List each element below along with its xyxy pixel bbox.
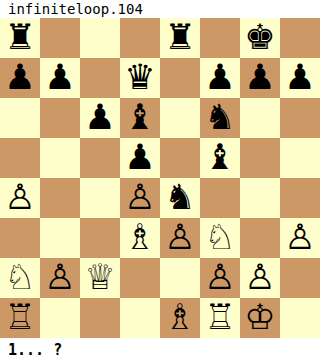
square-c3[interactable]: [80, 218, 120, 258]
piece-white-pawn[interactable]: ♙: [44, 258, 75, 297]
piece-white-bishop[interactable]: ♗: [164, 298, 195, 337]
square-f2[interactable]: ♙: [200, 258, 240, 298]
square-h8[interactable]: [280, 18, 320, 58]
page-title: infiniteloop.104: [0, 0, 320, 18]
piece-white-king[interactable]: ♔: [244, 298, 275, 337]
chess-viewer-window: infiniteloop.104 ♜♜♚♟♟♛♟♟♟♟♝♞♟♝♙♙♞♗♙♘♙♘♙…: [0, 0, 320, 360]
square-f5[interactable]: ♝: [200, 138, 240, 178]
square-a8[interactable]: ♜: [0, 18, 40, 58]
square-a4[interactable]: ♙: [0, 178, 40, 218]
piece-white-rook[interactable]: ♖: [4, 298, 35, 337]
square-c7[interactable]: [80, 58, 120, 98]
piece-black-knight[interactable]: ♞: [204, 98, 235, 137]
piece-black-pawn[interactable]: ♟: [84, 98, 115, 137]
piece-black-pawn[interactable]: ♟: [204, 58, 235, 97]
square-f6[interactable]: ♞: [200, 98, 240, 138]
piece-white-pawn[interactable]: ♙: [4, 178, 35, 217]
square-e1[interactable]: ♗: [160, 298, 200, 338]
square-g7[interactable]: ♟: [240, 58, 280, 98]
square-h5[interactable]: [280, 138, 320, 178]
move-prompt: 1... ?: [0, 338, 320, 360]
square-g5[interactable]: [240, 138, 280, 178]
square-d2[interactable]: [120, 258, 160, 298]
square-d8[interactable]: [120, 18, 160, 58]
square-g6[interactable]: [240, 98, 280, 138]
piece-black-pawn[interactable]: ♟: [44, 58, 75, 97]
square-g4[interactable]: [240, 178, 280, 218]
piece-black-king[interactable]: ♚: [244, 18, 275, 57]
square-f1[interactable]: ♖: [200, 298, 240, 338]
piece-white-pawn[interactable]: ♙: [204, 258, 235, 297]
square-a3[interactable]: [0, 218, 40, 258]
square-c6[interactable]: ♟: [80, 98, 120, 138]
square-d7[interactable]: ♛: [120, 58, 160, 98]
square-f7[interactable]: ♟: [200, 58, 240, 98]
piece-black-knight[interactable]: ♞: [164, 178, 195, 217]
piece-black-pawn[interactable]: ♟: [4, 58, 35, 97]
piece-black-bishop[interactable]: ♝: [124, 98, 155, 137]
square-b4[interactable]: [40, 178, 80, 218]
square-e6[interactable]: [160, 98, 200, 138]
square-b1[interactable]: [40, 298, 80, 338]
square-d3[interactable]: ♗: [120, 218, 160, 258]
square-b2[interactable]: ♙: [40, 258, 80, 298]
square-b8[interactable]: [40, 18, 80, 58]
square-a1[interactable]: ♖: [0, 298, 40, 338]
square-e5[interactable]: [160, 138, 200, 178]
square-b6[interactable]: [40, 98, 80, 138]
square-c4[interactable]: [80, 178, 120, 218]
piece-white-bishop[interactable]: ♗: [124, 218, 155, 257]
piece-black-pawn[interactable]: ♟: [284, 58, 315, 97]
square-a2[interactable]: ♘: [0, 258, 40, 298]
square-e3[interactable]: ♙: [160, 218, 200, 258]
square-e2[interactable]: [160, 258, 200, 298]
square-h3[interactable]: ♙: [280, 218, 320, 258]
square-g1[interactable]: ♔: [240, 298, 280, 338]
square-a6[interactable]: [0, 98, 40, 138]
piece-black-pawn[interactable]: ♟: [244, 58, 275, 97]
square-h7[interactable]: ♟: [280, 58, 320, 98]
square-c1[interactable]: [80, 298, 120, 338]
square-e4[interactable]: ♞: [160, 178, 200, 218]
piece-black-pawn[interactable]: ♟: [124, 138, 155, 177]
piece-white-pawn[interactable]: ♙: [284, 218, 315, 257]
chess-board: ♜♜♚♟♟♛♟♟♟♟♝♞♟♝♙♙♞♗♙♘♙♘♙♕♙♙♖♗♖♔: [0, 18, 320, 338]
square-h1[interactable]: [280, 298, 320, 338]
piece-black-rook[interactable]: ♜: [4, 18, 35, 57]
square-d1[interactable]: [120, 298, 160, 338]
square-d6[interactable]: ♝: [120, 98, 160, 138]
piece-white-knight[interactable]: ♘: [204, 218, 235, 257]
square-g2[interactable]: ♙: [240, 258, 280, 298]
square-h6[interactable]: [280, 98, 320, 138]
square-f3[interactable]: ♘: [200, 218, 240, 258]
square-f4[interactable]: [200, 178, 240, 218]
piece-white-queen[interactable]: ♕: [84, 258, 115, 297]
square-e7[interactable]: [160, 58, 200, 98]
square-e8[interactable]: ♜: [160, 18, 200, 58]
piece-white-rook[interactable]: ♖: [204, 298, 235, 337]
piece-black-rook[interactable]: ♜: [164, 18, 195, 57]
square-g8[interactable]: ♚: [240, 18, 280, 58]
piece-white-knight[interactable]: ♘: [4, 258, 35, 297]
piece-white-pawn[interactable]: ♙: [244, 258, 275, 297]
square-a7[interactable]: ♟: [0, 58, 40, 98]
square-a5[interactable]: [0, 138, 40, 178]
piece-black-bishop[interactable]: ♝: [204, 138, 235, 177]
piece-black-queen[interactable]: ♛: [124, 58, 155, 97]
square-d4[interactable]: ♙: [120, 178, 160, 218]
square-h4[interactable]: [280, 178, 320, 218]
piece-white-pawn[interactable]: ♙: [164, 218, 195, 257]
square-f8[interactable]: [200, 18, 240, 58]
square-b7[interactable]: ♟: [40, 58, 80, 98]
piece-white-pawn[interactable]: ♙: [124, 178, 155, 217]
square-b3[interactable]: [40, 218, 80, 258]
square-c8[interactable]: [80, 18, 120, 58]
square-b5[interactable]: [40, 138, 80, 178]
square-c2[interactable]: ♕: [80, 258, 120, 298]
square-g3[interactable]: [240, 218, 280, 258]
square-h2[interactable]: [280, 258, 320, 298]
square-c5[interactable]: [80, 138, 120, 178]
square-d5[interactable]: ♟: [120, 138, 160, 178]
